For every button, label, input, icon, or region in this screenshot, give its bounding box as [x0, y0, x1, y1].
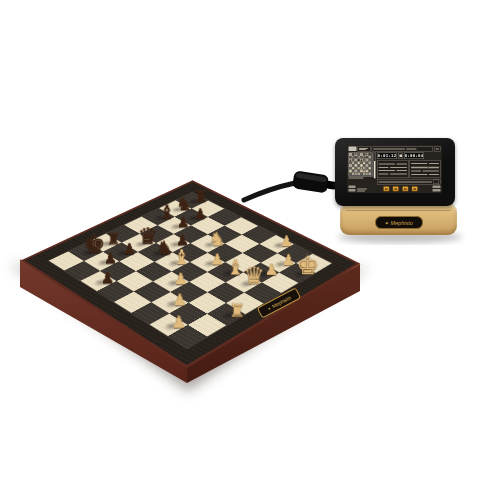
power-plug [292, 170, 337, 195]
function-button-4[interactable] [411, 186, 418, 192]
analysis-panel-left [377, 160, 408, 178]
black-clock[interactable]: 0:00:04 [404, 153, 424, 160]
function-button-2[interactable] [392, 186, 399, 192]
bottom-status-text [357, 189, 368, 192]
engine-message-bar [377, 179, 441, 185]
settings-button[interactable] [434, 147, 441, 152]
power-cable [244, 183, 295, 200]
white-clock[interactable]: 0:01:12 [377, 153, 397, 160]
power-cable-graphics [0, 0, 500, 500]
message-bar-button[interactable] [434, 180, 440, 185]
brand-logo-text: Mephisto [390, 220, 412, 226]
product-photo-scene: ♚♜♝♞♜♟♟♛♟♟♟♞♟♝♞♟♟♟♝♟♟♛♟♟♜♚ ✦ Mephisto [0, 0, 500, 500]
function-button-3[interactable] [402, 186, 409, 192]
mini-chessboard[interactable]: ♚♜♝♞♜♟♟♛♟♟♟♞♟♝♞♟♟♟♝♟♟♛♟♟♜♚ [349, 153, 373, 177]
square-h1[interactable] [368, 172, 371, 175]
status-info-box [358, 147, 371, 152]
mini-board-caption [349, 178, 364, 179]
left-soft-buttons[interactable] [349, 186, 356, 192]
header-bar [372, 147, 434, 152]
control-unit-tablet: ♚♜♝♞♜♟♟♛♟♟♟♞♟♝♞♟♟♟♝♟♟♛♟♟♜♚ 0:01:12 0:00:… [335, 138, 455, 206]
move-list-panel [409, 160, 440, 178]
device-wooden-stand: ✦ Mephisto [340, 203, 457, 235]
brand-star-icon: ✦ [384, 220, 388, 226]
function-button-1[interactable] [383, 186, 390, 192]
brand-logo-plate: ✦ Mephisto [375, 216, 423, 229]
menu-button[interactable] [349, 147, 357, 152]
turn-indicator-icon [398, 153, 403, 160]
right-soft-buttons[interactable] [433, 186, 441, 192]
plaque-star-icon: ✦ [266, 305, 271, 311]
touchscreen[interactable]: ♚♜♝♞♜♟♟♛♟♟♟♞♟♝♞♟♟♟♝♟♟♛♟♟♜♚ 0:01:12 0:00:… [347, 145, 442, 193]
evaluation-bar [374, 153, 377, 179]
